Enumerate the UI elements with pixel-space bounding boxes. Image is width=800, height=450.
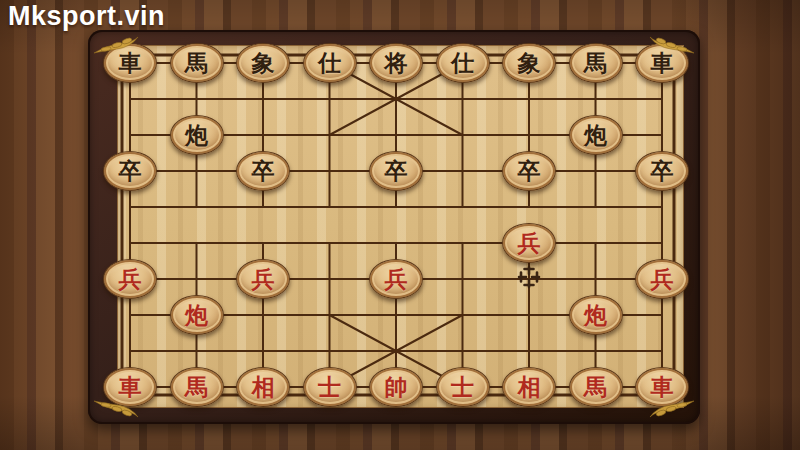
red-piece-馬[interactable]: 馬 [569, 367, 623, 407]
corner-ornament-icon [649, 399, 695, 419]
red-piece-馬[interactable]: 馬 [170, 367, 224, 407]
black-piece-卒[interactable]: 卒 [635, 151, 689, 191]
piece-glyph: 士 [304, 368, 356, 406]
piece-glyph: 象 [237, 44, 289, 82]
red-piece-兵[interactable]: 兵 [502, 223, 556, 263]
piece-glyph: 卒 [636, 152, 688, 190]
piece-glyph: 兵 [503, 224, 555, 262]
piece-glyph: 士 [437, 368, 489, 406]
red-piece-兵[interactable]: 兵 [236, 259, 290, 299]
black-piece-炮[interactable]: 炮 [569, 115, 623, 155]
piece-glyph: 炮 [570, 296, 622, 334]
piece-glyph: 兵 [237, 260, 289, 298]
board-frame: 車馬象仕将仕象馬車炮炮卒卒卒卒卒兵兵兵兵兵炮炮車馬相士帥士相馬車 [88, 30, 700, 424]
corner-ornament-icon [93, 35, 139, 55]
red-piece-炮[interactable]: 炮 [170, 295, 224, 335]
black-piece-馬[interactable]: 馬 [170, 43, 224, 83]
black-piece-象[interactable]: 象 [502, 43, 556, 83]
red-piece-兵[interactable]: 兵 [369, 259, 423, 299]
piece-glyph: 仕 [437, 44, 489, 82]
piece-glyph: 炮 [171, 296, 223, 334]
red-piece-炮[interactable]: 炮 [569, 295, 623, 335]
piece-glyph: 相 [503, 368, 555, 406]
piece-glyph: 将 [370, 44, 422, 82]
black-piece-卒[interactable]: 卒 [369, 151, 423, 191]
corner-ornament-icon [93, 399, 139, 419]
piece-glyph: 相 [237, 368, 289, 406]
black-piece-卒[interactable]: 卒 [103, 151, 157, 191]
piece-glyph: 兵 [104, 260, 156, 298]
piece-glyph: 馬 [171, 368, 223, 406]
black-piece-仕[interactable]: 仕 [436, 43, 490, 83]
site-title: Mksport.vin [8, 1, 165, 32]
black-piece-象[interactable]: 象 [236, 43, 290, 83]
piece-glyph: 卒 [237, 152, 289, 190]
piece-glyph: 兵 [636, 260, 688, 298]
pieces-layer: 車馬象仕将仕象馬車炮炮卒卒卒卒卒兵兵兵兵兵炮炮車馬相士帥士相馬車 [97, 45, 696, 405]
piece-glyph: 象 [503, 44, 555, 82]
corner-ornament-icon [649, 35, 695, 55]
black-piece-卒[interactable]: 卒 [502, 151, 556, 191]
black-piece-馬[interactable]: 馬 [569, 43, 623, 83]
piece-glyph: 炮 [171, 116, 223, 154]
piece-glyph: 兵 [370, 260, 422, 298]
piece-glyph: 卒 [104, 152, 156, 190]
red-piece-士[interactable]: 士 [436, 367, 490, 407]
red-piece-兵[interactable]: 兵 [103, 259, 157, 299]
red-piece-士[interactable]: 士 [303, 367, 357, 407]
red-piece-兵[interactable]: 兵 [635, 259, 689, 299]
red-piece-相[interactable]: 相 [236, 367, 290, 407]
piece-glyph: 馬 [171, 44, 223, 82]
move-origin-marker [516, 264, 542, 294]
piece-glyph: 卒 [503, 152, 555, 190]
black-piece-炮[interactable]: 炮 [170, 115, 224, 155]
piece-glyph: 仕 [304, 44, 356, 82]
black-piece-将[interactable]: 将 [369, 43, 423, 83]
piece-glyph: 馬 [570, 44, 622, 82]
piece-glyph: 馬 [570, 368, 622, 406]
red-piece-相[interactable]: 相 [502, 367, 556, 407]
black-piece-仕[interactable]: 仕 [303, 43, 357, 83]
red-piece-帥[interactable]: 帥 [369, 367, 423, 407]
piece-glyph: 卒 [370, 152, 422, 190]
piece-glyph: 炮 [570, 116, 622, 154]
black-piece-卒[interactable]: 卒 [236, 151, 290, 191]
piece-glyph: 帥 [370, 368, 422, 406]
board-surface[interactable]: 車馬象仕将仕象馬車炮炮卒卒卒卒卒兵兵兵兵兵炮炮車馬相士帥士相馬車 [117, 45, 684, 408]
